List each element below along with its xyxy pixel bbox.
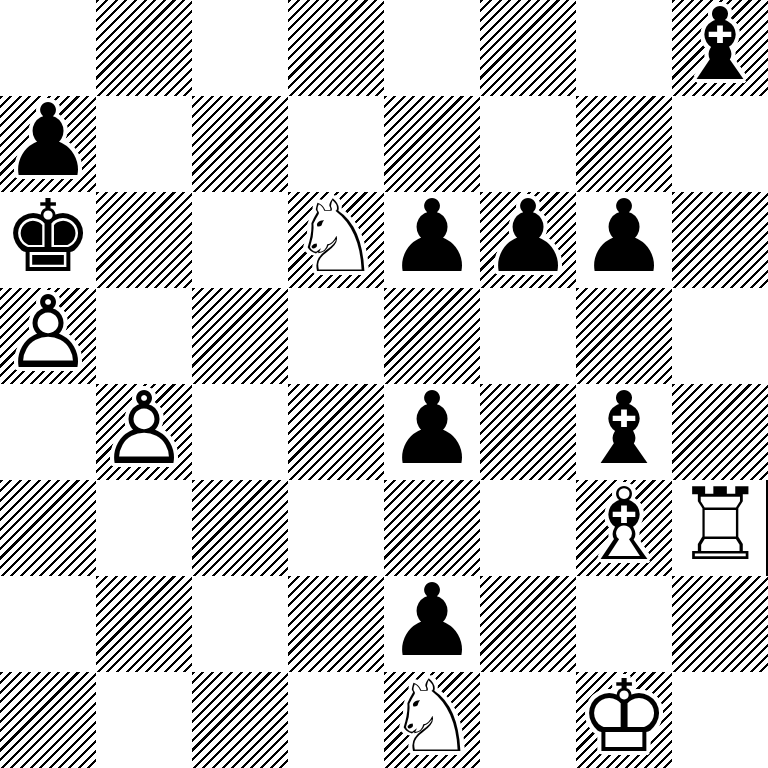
piece-white-pawn-a5[interactable]: ♟♙: [0, 288, 96, 384]
square-b5[interactable]: [96, 288, 192, 384]
square-a6[interactable]: ♚♚: [0, 192, 96, 288]
square-d8[interactable]: [288, 0, 384, 96]
square-f3[interactable]: [480, 480, 576, 576]
piece-white-silhouette: ♟: [0, 93, 96, 189]
square-a4[interactable]: [0, 384, 96, 480]
square-c5[interactable]: [192, 288, 288, 384]
square-c7[interactable]: [192, 96, 288, 192]
square-h6[interactable]: [672, 192, 768, 288]
piece-white-silhouette: ♚: [576, 669, 672, 765]
square-d3[interactable]: [288, 480, 384, 576]
square-b4[interactable]: ♟♙: [96, 384, 192, 480]
square-g2[interactable]: [576, 576, 672, 672]
square-a7[interactable]: ♟♟: [0, 96, 96, 192]
piece-white-silhouette: ♟: [384, 189, 480, 285]
square-b8[interactable]: [96, 0, 192, 96]
black-king-icon: ♚: [0, 189, 96, 285]
square-a1[interactable]: [0, 672, 96, 768]
square-f4[interactable]: [480, 384, 576, 480]
black-pawn-icon: ♟: [384, 381, 480, 477]
piece-white-silhouette: ♟: [384, 381, 480, 477]
square-d4[interactable]: [288, 384, 384, 480]
square-f2[interactable]: [480, 576, 576, 672]
piece-white-silhouette: ♞: [384, 669, 480, 765]
piece-white-bishop-g3[interactable]: ♝♗: [576, 480, 672, 576]
black-bishop-icon: ♝: [672, 0, 768, 93]
piece-black-bishop-g4[interactable]: ♝♝: [576, 384, 672, 480]
piece-white-knight-e1[interactable]: ♞♘: [384, 672, 480, 768]
piece-white-silhouette: ♝: [576, 477, 672, 573]
piece-black-pawn-e2[interactable]: ♟♟: [384, 576, 480, 672]
piece-black-pawn-e4[interactable]: ♟♟: [384, 384, 480, 480]
square-g3[interactable]: ♝♗: [576, 480, 672, 576]
square-c4[interactable]: [192, 384, 288, 480]
square-e1[interactable]: ♞♘: [384, 672, 480, 768]
square-a3[interactable]: [0, 480, 96, 576]
piece-white-rook-h3[interactable]: ♜♖: [672, 480, 768, 576]
piece-black-bishop-h8[interactable]: ♝♝: [672, 0, 768, 96]
square-e3[interactable]: [384, 480, 480, 576]
square-a2[interactable]: [0, 576, 96, 672]
piece-white-silhouette: ♟: [96, 381, 192, 477]
black-pawn-icon: ♟: [0, 93, 96, 189]
piece-black-pawn-g6[interactable]: ♟♟: [576, 192, 672, 288]
square-f1[interactable]: [480, 672, 576, 768]
square-a8[interactable]: [0, 0, 96, 96]
chessboard: ♝♝♟♟♚♚♞♘♟♟♟♟♟♟♟♙♟♙♟♟♝♝♝♗♜♖♟♟♞♘♚♔: [0, 0, 768, 768]
square-h7[interactable]: [672, 96, 768, 192]
piece-white-silhouette: ♞: [288, 189, 384, 285]
piece-black-pawn-f6[interactable]: ♟♟: [480, 192, 576, 288]
square-d5[interactable]: [288, 288, 384, 384]
square-c3[interactable]: [192, 480, 288, 576]
square-g7[interactable]: [576, 96, 672, 192]
square-e2[interactable]: ♟♟: [384, 576, 480, 672]
square-b2[interactable]: [96, 576, 192, 672]
square-h4[interactable]: [672, 384, 768, 480]
piece-white-silhouette: ♟: [480, 189, 576, 285]
square-e8[interactable]: [384, 0, 480, 96]
square-d7[interactable]: [288, 96, 384, 192]
white-king-icon: ♔: [576, 669, 672, 765]
piece-white-silhouette: ♟: [576, 189, 672, 285]
piece-black-pawn-a7[interactable]: ♟♟: [0, 96, 96, 192]
square-f6[interactable]: ♟♟: [480, 192, 576, 288]
square-h2[interactable]: [672, 576, 768, 672]
white-bishop-icon: ♗: [576, 477, 672, 573]
square-c1[interactable]: [192, 672, 288, 768]
square-b6[interactable]: [96, 192, 192, 288]
piece-white-pawn-b4[interactable]: ♟♙: [96, 384, 192, 480]
white-knight-icon: ♘: [288, 189, 384, 285]
square-f8[interactable]: [480, 0, 576, 96]
square-e5[interactable]: [384, 288, 480, 384]
square-b1[interactable]: [96, 672, 192, 768]
square-d1[interactable]: [288, 672, 384, 768]
black-pawn-icon: ♟: [576, 189, 672, 285]
square-h5[interactable]: [672, 288, 768, 384]
square-c2[interactable]: [192, 576, 288, 672]
square-g1[interactable]: ♚♔: [576, 672, 672, 768]
white-pawn-icon: ♙: [0, 285, 96, 381]
white-pawn-icon: ♙: [96, 381, 192, 477]
square-g4[interactable]: ♝♝: [576, 384, 672, 480]
piece-black-pawn-e6[interactable]: ♟♟: [384, 192, 480, 288]
square-c8[interactable]: [192, 0, 288, 96]
square-b3[interactable]: [96, 480, 192, 576]
piece-white-silhouette: ♟: [384, 573, 480, 669]
square-a5[interactable]: ♟♙: [0, 288, 96, 384]
square-d2[interactable]: [288, 576, 384, 672]
black-pawn-icon: ♟: [480, 189, 576, 285]
square-e7[interactable]: [384, 96, 480, 192]
square-g5[interactable]: [576, 288, 672, 384]
piece-white-silhouette: ♚: [0, 189, 96, 285]
square-e6[interactable]: ♟♟: [384, 192, 480, 288]
square-e4[interactable]: ♟♟: [384, 384, 480, 480]
square-f7[interactable]: [480, 96, 576, 192]
piece-white-silhouette: ♟: [0, 285, 96, 381]
square-f5[interactable]: [480, 288, 576, 384]
black-pawn-icon: ♟: [384, 189, 480, 285]
piece-black-king-a6[interactable]: ♚♚: [0, 192, 96, 288]
black-pawn-icon: ♟: [384, 573, 480, 669]
piece-white-silhouette: ♝: [576, 381, 672, 477]
square-b7[interactable]: [96, 96, 192, 192]
square-h1[interactable]: [672, 672, 768, 768]
square-h3[interactable]: ♜♖: [672, 480, 768, 576]
square-d6[interactable]: ♞♘: [288, 192, 384, 288]
piece-white-silhouette: ♝: [672, 0, 768, 93]
piece-white-knight-d6[interactable]: ♞♘: [288, 192, 384, 288]
white-knight-icon: ♘: [384, 669, 480, 765]
piece-white-king-g1[interactable]: ♚♔: [576, 672, 672, 768]
square-g8[interactable]: [576, 0, 672, 96]
white-rook-icon: ♖: [672, 477, 768, 573]
square-g6[interactable]: ♟♟: [576, 192, 672, 288]
square-c6[interactable]: [192, 192, 288, 288]
square-h8[interactable]: ♝♝: [672, 0, 768, 96]
black-bishop-icon: ♝: [576, 381, 672, 477]
piece-white-silhouette: ♜: [672, 477, 768, 573]
